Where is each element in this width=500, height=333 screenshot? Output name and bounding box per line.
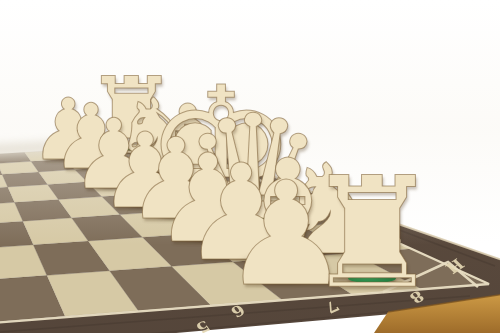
piece-white-rook-a1[interactable]: ♜ [296, 157, 449, 310]
rook-glyph: ♜ [296, 157, 449, 310]
chess-set-photo: 5678FGH ♜♟♟♞♝♟♚♟♟♛♟♞♟♝♟♜ [0, 0, 500, 333]
chess-pieces-layer: ♜♟♟♞♝♟♚♟♟♛♟♞♟♝♟♜ [0, 0, 500, 333]
